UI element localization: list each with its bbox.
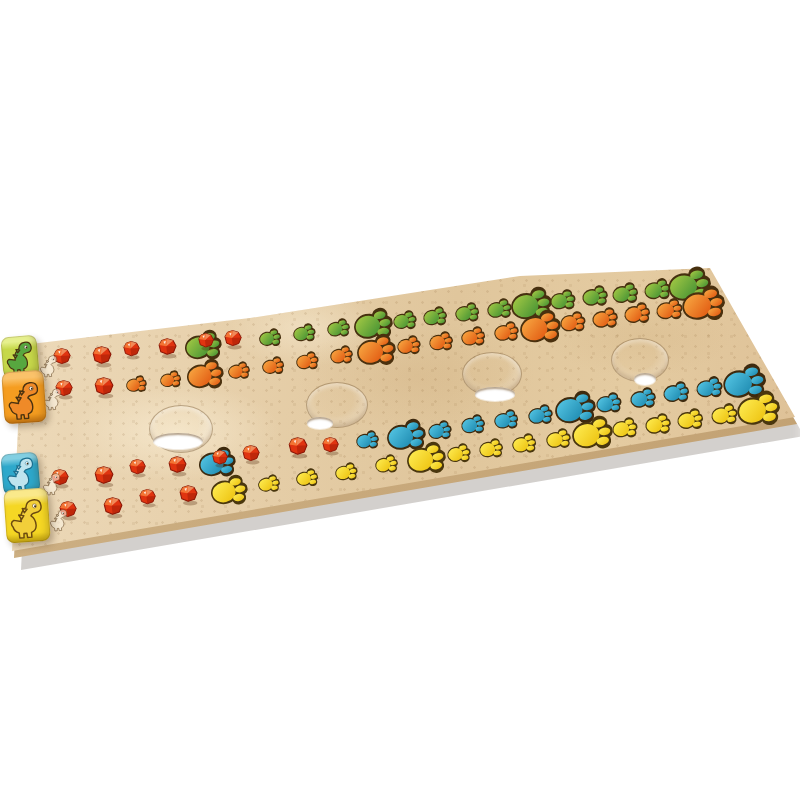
gem-yellow-2[interactable] [102, 496, 125, 519]
gem-green-3[interactable] [122, 340, 142, 360]
footprint-orange-7 [260, 354, 287, 377]
footprint-blue-9 [353, 429, 380, 453]
footprint-blue-18 [660, 379, 691, 406]
footprint-green-12 [421, 305, 450, 330]
board-hole-opening-1 [153, 433, 203, 449]
footprint-green-9 [324, 317, 351, 341]
scene [0, 0, 800, 800]
gem-green-5[interactable] [197, 332, 216, 351]
footprint-yellow-11 [444, 442, 472, 466]
footprint-yellow-7 [294, 466, 321, 489]
footprint-blue-13 [491, 407, 520, 432]
footprint-blue-12 [459, 413, 488, 438]
footprint-orange-11 [394, 334, 422, 358]
footprint-yellow-13 [509, 431, 538, 456]
footprint-orange-9 [327, 344, 354, 368]
footprint-orange-6 [225, 360, 251, 383]
gem-blue-8[interactable] [321, 436, 341, 456]
footprint-green-17 [579, 284, 610, 311]
footprint-green-7 [257, 326, 284, 349]
footprint-blue-14 [525, 402, 555, 428]
footprint-orange-16 [557, 310, 587, 336]
footprint-orange-13 [458, 324, 487, 349]
footprint-orange-18 [621, 300, 652, 327]
footprint-green-8 [291, 321, 318, 344]
gem-blue-3[interactable] [128, 458, 148, 478]
pawn-orange[interactable] [1, 370, 47, 425]
footprint-yellow-12 [477, 437, 506, 462]
pieces-layer [0, 0, 800, 800]
footprint-yellow-6 [255, 473, 281, 496]
footprint-orange-12 [427, 330, 456, 355]
gem-yellow-3[interactable] [138, 488, 158, 508]
gem-blue-6[interactable] [241, 444, 262, 465]
footprint-orange-8 [294, 349, 321, 372]
gem-blue-4[interactable] [167, 455, 189, 477]
board-hole-opening-4 [634, 373, 656, 385]
gem-green-4[interactable] [157, 337, 179, 359]
gem-green-6[interactable] [223, 329, 244, 350]
footprint-green-11 [390, 309, 418, 333]
gem-blue-5[interactable] [211, 449, 230, 468]
footprint-yellow-9 [372, 453, 399, 477]
footprint-orange-20-big [676, 283, 728, 328]
footprint-yellow-8 [333, 460, 360, 483]
gem-blue-7[interactable] [287, 436, 310, 459]
footprint-orange-3 [124, 374, 149, 396]
pawn-yellow[interactable] [3, 488, 51, 544]
footprint-yellow-16 [609, 416, 639, 442]
footprint-blue-17 [627, 386, 658, 413]
footprint-yellow-20-big [731, 388, 783, 433]
footprint-orange-4 [157, 369, 182, 391]
gem-orange-2[interactable] [93, 376, 116, 399]
gem-green-2[interactable] [91, 345, 114, 368]
board-hole-opening-3 [475, 387, 515, 401]
board-hole-opening-2 [307, 417, 333, 429]
gem-blue-2[interactable] [93, 465, 116, 488]
printed-start-dino-yellow [48, 506, 70, 533]
footprint-yellow-17 [642, 412, 673, 439]
gem-yellow-4[interactable] [178, 484, 200, 506]
footprint-orange-17 [589, 306, 620, 333]
footprint-yellow-18 [674, 406, 705, 433]
footprint-green-13 [452, 300, 481, 325]
